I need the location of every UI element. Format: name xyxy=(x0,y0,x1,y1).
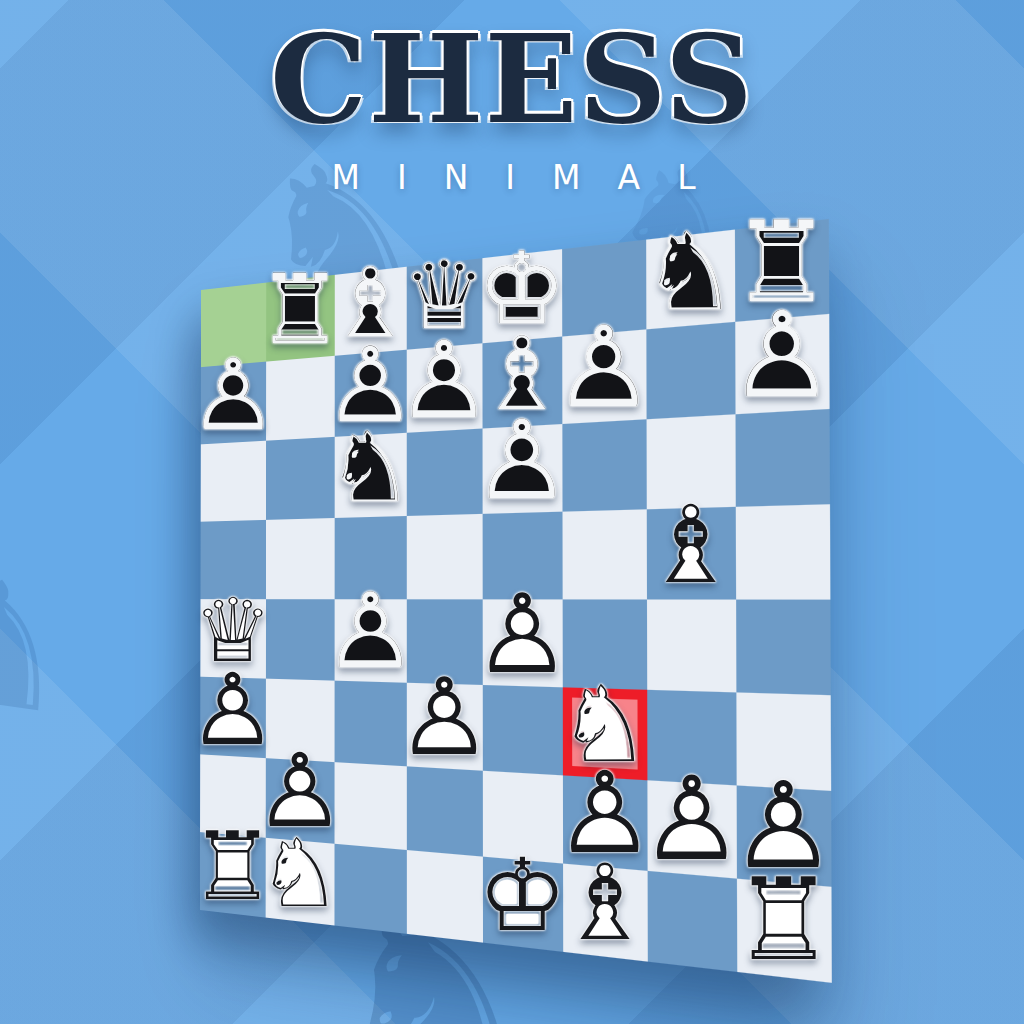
square-d5[interactable] xyxy=(407,514,483,599)
square-c1[interactable] xyxy=(334,844,406,934)
piece-black-pawn-e6[interactable]: ♟♙ xyxy=(473,406,571,515)
piece-black-knight-g8[interactable]: ♞♘ xyxy=(642,218,738,325)
square-g7[interactable] xyxy=(646,322,735,419)
background-knight-icon: ♞ xyxy=(0,550,85,740)
piece-black-pawn-h7[interactable]: ♟♙ xyxy=(729,296,835,414)
square-d2[interactable] xyxy=(407,766,483,856)
piece-white-bishop-f1[interactable]: ♝♗ xyxy=(558,851,652,956)
square-h4[interactable] xyxy=(736,600,831,696)
chess-pieces-layer: ♜♖♝♗♛♕♚♔♞♘♜♖♟♙♟♙♟♙♝♗♟♙♟♙♞♘♟♙♝♗♛♕♟♙♟♙♟♙♟♙… xyxy=(0,0,1024,1024)
app-subtitle: MINIMAL xyxy=(20,161,1024,194)
square-d6[interactable] xyxy=(407,429,483,516)
square-f5[interactable] xyxy=(563,509,647,599)
square-f6[interactable] xyxy=(562,419,646,511)
square-d1[interactable] xyxy=(407,850,483,943)
square-g4[interactable] xyxy=(647,599,736,692)
square-a6[interactable] xyxy=(201,441,266,522)
piece-white-pawn-d3[interactable]: ♟♙ xyxy=(396,664,492,771)
piece-white-rook-h1[interactable]: ♜♖ xyxy=(733,864,835,978)
square-g1[interactable] xyxy=(648,871,738,972)
piece-white-pawn-g2[interactable]: ♟♙ xyxy=(640,762,744,878)
piece-white-king-e1[interactable]: ♚♔ xyxy=(478,845,568,945)
piece-white-bishop-g5[interactable]: ♝♗ xyxy=(643,492,739,599)
square-e3[interactable] xyxy=(483,685,563,775)
piece-black-pawn-a7[interactable]: ♟♙ xyxy=(189,346,277,444)
app-title: CHESS xyxy=(0,14,1024,146)
piece-black-knight-c6[interactable]: ♞♘ xyxy=(327,420,414,517)
piece-white-knight-b1[interactable]: ♞♘ xyxy=(257,826,342,921)
app-background: ♞ ♞ ♞ ♞ CHESS MINIMAL ♜♖♝♗♛♕♚♔♞♘♜♖♟♙♟♙♟♙… xyxy=(0,0,1024,1024)
square-h5[interactable] xyxy=(736,504,831,599)
